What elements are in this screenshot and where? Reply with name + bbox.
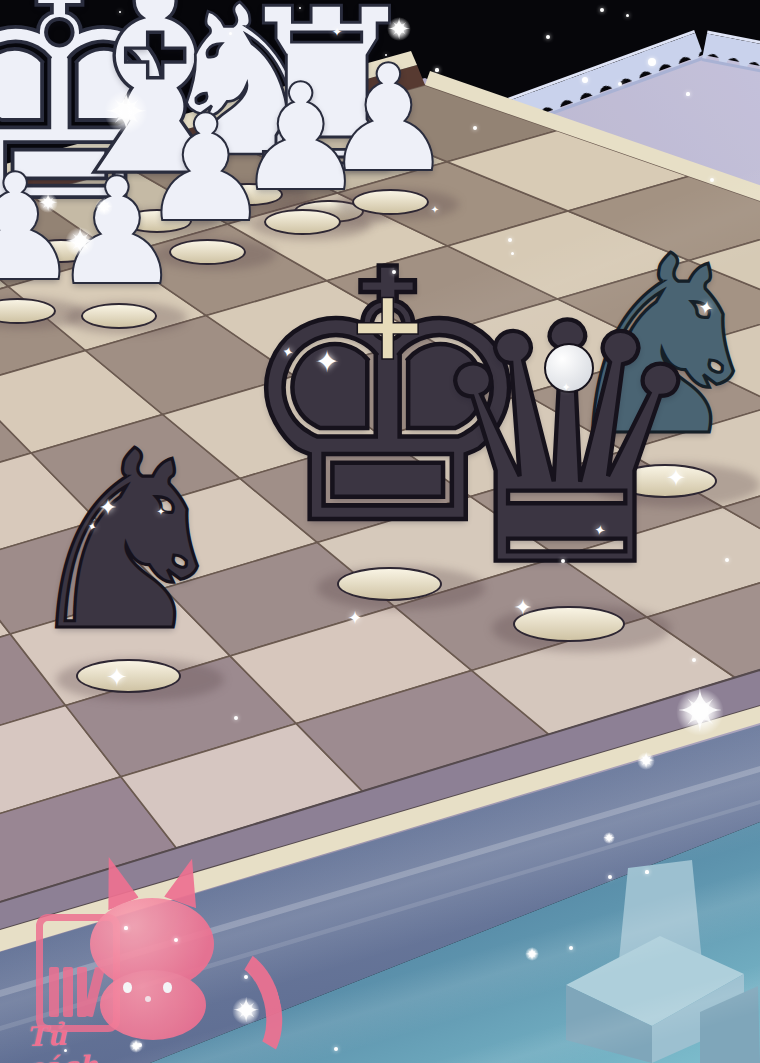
cat-mascot-icon bbox=[85, 850, 245, 1040]
watermark-text: Tủ sách xinh xinh bbox=[26, 1019, 101, 1063]
king-cross-finial-icon: + bbox=[347, 278, 428, 375]
piece-white-pawn-g2: ♟ bbox=[322, 46, 454, 194]
piece-black-queen-e7: ♛ bbox=[419, 282, 715, 612]
cat-nose bbox=[145, 996, 151, 1002]
book-spine-icon bbox=[63, 967, 73, 1017]
queen-ball-finial-icon bbox=[544, 343, 594, 393]
book-spine-icon bbox=[49, 967, 59, 1017]
cat-eye bbox=[163, 982, 172, 993]
piece-black-knight-b6: ♞ bbox=[16, 419, 237, 665]
cat-eye bbox=[123, 982, 132, 993]
comic-panel: ♚♝♞♜♟♟♟♟♟♞♚+♛♞ ✦✦✦✦✦✦✦✦✦✦✦✦✦✦✦✦✦✦✦✦✦✦✦✦✦… bbox=[0, 0, 760, 1063]
